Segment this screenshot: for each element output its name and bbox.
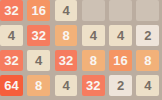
tile-8: 8 <box>82 50 105 71</box>
empty-cell <box>82 0 105 21</box>
tile-16: 16 <box>109 50 132 71</box>
tile-16: 16 <box>27 0 50 21</box>
tile-8: 8 <box>27 75 50 96</box>
tile-4: 4 <box>82 25 105 46</box>
tile-32: 32 <box>55 50 78 71</box>
tile-8: 8 <box>55 25 78 46</box>
tile-4: 4 <box>136 75 159 96</box>
tile-8: 8 <box>136 50 159 71</box>
tile-32: 32 <box>27 25 50 46</box>
2048-board[interactable]: 32164432844232432816864843224 <box>0 0 159 96</box>
tile-2: 2 <box>136 25 159 46</box>
tile-64: 64 <box>0 75 23 96</box>
tile-4: 4 <box>0 25 23 46</box>
empty-cell <box>136 0 159 21</box>
tile-4: 4 <box>109 25 132 46</box>
tile-4: 4 <box>55 75 78 96</box>
tile-32: 32 <box>0 50 23 71</box>
tile-4: 4 <box>27 50 50 71</box>
tile-4: 4 <box>55 0 78 21</box>
tile-32: 32 <box>82 75 105 96</box>
tile-32: 32 <box>0 0 23 21</box>
tile-2: 2 <box>109 75 132 96</box>
empty-cell <box>109 0 132 21</box>
